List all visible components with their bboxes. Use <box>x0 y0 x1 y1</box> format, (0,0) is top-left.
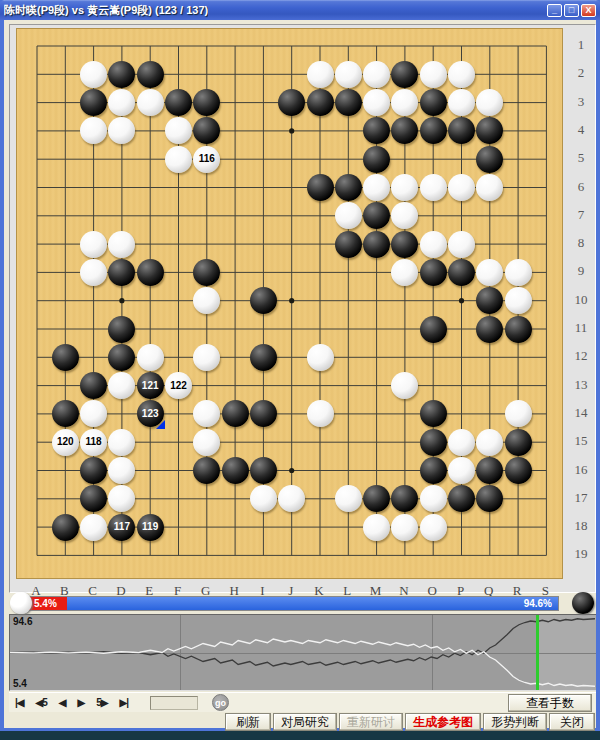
go-button[interactable]: go <box>212 694 229 711</box>
move-number-input[interactable] <box>150 696 198 710</box>
black-winrate-label: 94.6% <box>524 598 552 609</box>
action-button-2[interactable]: 对局研究 <box>273 713 337 731</box>
stone-black-O3 <box>420 89 447 116</box>
window-title: 陈时暎(P9段) vs 黄云嵩(P9段) (123 / 137) <box>4 3 208 18</box>
row-label-16: 16 <box>568 462 594 478</box>
white-stone-icon <box>10 592 32 614</box>
row-label-14: 14 <box>568 405 594 421</box>
graph-bottom-label: 5.4 <box>13 678 27 689</box>
stone-white-L17 <box>335 485 362 512</box>
minimize-button[interactable]: _ <box>547 4 562 17</box>
stone-white-N18 <box>391 514 418 541</box>
stone-black-F3 <box>165 89 192 116</box>
action-button-5[interactable]: 形势判断 <box>483 713 547 731</box>
action-button-3: 重新研讨 <box>339 713 403 731</box>
move-number: 119 <box>142 522 158 532</box>
row-label-17: 17 <box>568 490 594 506</box>
stone-white-C18 <box>80 514 107 541</box>
row-label-4: 4 <box>568 122 594 138</box>
maximize-button[interactable]: □ <box>564 4 579 17</box>
nav-buttons: |◀◀5◀▶5▶▶| <box>9 697 134 708</box>
stone-black-O11 <box>420 316 447 343</box>
stone-white-O18 <box>420 514 447 541</box>
stone-black-G9 <box>193 259 220 286</box>
stone-black-B18 <box>52 514 79 541</box>
move-number: 121 <box>142 381 159 391</box>
stone-black-H14 <box>222 400 249 427</box>
stone-black-D11 <box>108 316 135 343</box>
stone-black-E13: 121 <box>137 372 164 399</box>
stone-white-P6 <box>448 174 475 201</box>
taskbar-strip <box>0 731 600 740</box>
stone-white-P16 <box>448 457 475 484</box>
stone-black-O15 <box>420 429 447 456</box>
go-board[interactable]: 116121122123120118117119 <box>16 28 563 579</box>
nav-first-button[interactable]: |◀ <box>9 697 30 708</box>
winrate-bar: 5.4% 94.6% <box>9 593 596 613</box>
navigation-bar: |◀◀5◀▶5▶▶| go 查看手数 <box>9 692 596 712</box>
action-button-1[interactable]: 刷新 <box>225 713 271 731</box>
stone-black-B12 <box>52 344 79 371</box>
stone-black-Q5 <box>476 146 503 173</box>
stone-black-N8 <box>391 231 418 258</box>
stone-white-L2 <box>335 61 362 88</box>
row-label-15: 15 <box>568 433 594 449</box>
nav-back5-button[interactable]: ◀5 <box>30 697 53 708</box>
graph-top-label: 94.6 <box>13 616 32 627</box>
row-label-7: 7 <box>568 207 594 223</box>
stone-white-I17 <box>250 485 277 512</box>
move-number: 122 <box>170 381 187 391</box>
move-number: 120 <box>57 437 74 447</box>
title-bar: 陈时暎(P9段) vs 黄云嵩(P9段) (123 / 137) _ □ X <box>0 0 600 20</box>
stone-black-D12 <box>108 344 135 371</box>
stone-black-I12 <box>250 344 277 371</box>
stone-white-F5 <box>165 146 192 173</box>
stone-white-L7 <box>335 202 362 229</box>
stone-black-H16 <box>222 457 249 484</box>
black-stone-icon <box>572 592 594 614</box>
row-label-19: 19 <box>568 546 594 562</box>
stone-white-M2 <box>363 61 390 88</box>
stone-black-B14 <box>52 400 79 427</box>
stone-black-P9 <box>448 259 475 286</box>
stone-black-Q11 <box>476 316 503 343</box>
row-label-2: 2 <box>568 65 594 81</box>
stone-white-P2 <box>448 61 475 88</box>
stone-black-R11 <box>505 316 532 343</box>
row-label-9: 9 <box>568 263 594 279</box>
graph-curves <box>10 615 595 690</box>
winrate-track: 5.4% 94.6% <box>23 596 559 611</box>
stone-white-K2 <box>307 61 334 88</box>
stone-black-O4 <box>420 117 447 144</box>
move-number: 116 <box>199 154 215 164</box>
move-number: 118 <box>86 437 102 447</box>
stone-white-C2 <box>80 61 107 88</box>
stone-white-P8 <box>448 231 475 258</box>
window-controls: _ □ X <box>547 4 596 17</box>
row-label-5: 5 <box>568 150 594 166</box>
move-number: 117 <box>114 522 130 532</box>
stone-white-K12 <box>307 344 334 371</box>
row-label-8: 8 <box>568 235 594 251</box>
move-number: 123 <box>142 409 159 419</box>
stone-white-C9 <box>80 259 107 286</box>
stone-black-O14 <box>420 400 447 427</box>
stone-white-M18 <box>363 514 390 541</box>
stone-white-C15: 118 <box>80 429 107 456</box>
row-label-12: 12 <box>568 348 594 364</box>
stone-white-G12 <box>193 344 220 371</box>
stone-white-P3 <box>448 89 475 116</box>
stone-black-C16 <box>80 457 107 484</box>
stone-black-O16 <box>420 457 447 484</box>
row-label-6: 6 <box>568 179 594 195</box>
stone-white-Q15 <box>476 429 503 456</box>
stone-white-D8 <box>108 231 135 258</box>
row-label-18: 18 <box>568 518 594 534</box>
row-label-10: 10 <box>568 292 594 308</box>
action-button-row: 刷新对局研究重新研讨生成参考图形势判断关闭 <box>9 713 596 731</box>
stone-black-I10 <box>250 287 277 314</box>
close-button[interactable]: X <box>581 4 596 17</box>
stone-white-R9 <box>505 259 532 286</box>
row-label-13: 13 <box>568 377 594 393</box>
row-label-11: 11 <box>568 320 594 336</box>
stone-white-O8 <box>420 231 447 258</box>
stone-black-L6 <box>335 174 362 201</box>
row-label-1: 1 <box>568 37 594 53</box>
stone-white-B15: 120 <box>52 429 79 456</box>
black-winrate-segment: 94.6% <box>67 597 558 610</box>
stone-black-E2 <box>137 61 164 88</box>
stone-black-M8 <box>363 231 390 258</box>
stone-white-R10 <box>505 287 532 314</box>
row-label-3: 3 <box>568 94 594 110</box>
stone-white-O6 <box>420 174 447 201</box>
stone-white-D15 <box>108 429 135 456</box>
nav-fwd1-button[interactable]: ▶ <box>71 697 90 708</box>
stone-white-E3 <box>137 89 164 116</box>
graph-current-move-line <box>536 615 539 690</box>
app-window: 陈时暎(P9段) vs 黄云嵩(P9段) (123 / 137) _ □ X 1… <box>0 0 600 731</box>
stone-white-G15 <box>193 429 220 456</box>
nav-last-button[interactable]: ▶| <box>113 697 134 708</box>
last-move-marker <box>156 420 165 429</box>
stone-white-G5: 116 <box>193 146 220 173</box>
stone-white-K14 <box>307 400 334 427</box>
stone-white-Q9 <box>476 259 503 286</box>
white-winrate-label: 5.4% <box>34 598 57 609</box>
stone-black-D2 <box>108 61 135 88</box>
stone-black-L3 <box>335 89 362 116</box>
nav-back1-button[interactable]: ◀ <box>53 697 72 708</box>
board-frame: 116121122123120118117119 ABCDEFGHIJKLMNO… <box>9 24 596 593</box>
stone-black-C13 <box>80 372 107 399</box>
stone-black-E18: 119 <box>137 514 164 541</box>
stone-black-K6 <box>307 174 334 201</box>
stone-black-C3 <box>80 89 107 116</box>
action-button-6[interactable]: 关闭 <box>549 713 595 731</box>
stone-white-E12 <box>137 344 164 371</box>
stone-white-M3 <box>363 89 390 116</box>
stone-black-L8 <box>335 231 362 258</box>
stone-black-I16 <box>250 457 277 484</box>
nav-fwd5-button[interactable]: 5▶ <box>90 697 113 708</box>
stone-white-O2 <box>420 61 447 88</box>
stone-black-N2 <box>391 61 418 88</box>
stone-white-O17 <box>420 485 447 512</box>
stone-white-F13: 122 <box>165 372 192 399</box>
winrate-graph[interactable]: 94.6 5.4 <box>9 614 596 691</box>
stone-black-K3 <box>307 89 334 116</box>
view-move-numbers-button[interactable]: 查看手数 <box>508 694 592 712</box>
stone-white-C8 <box>80 231 107 258</box>
stone-white-M6 <box>363 174 390 201</box>
stone-black-R15 <box>505 429 532 456</box>
stone-black-E9 <box>137 259 164 286</box>
action-button-4[interactable]: 生成参考图 <box>405 713 481 731</box>
stone-black-R16 <box>505 457 532 484</box>
stone-black-O9 <box>420 259 447 286</box>
stone-black-D18: 117 <box>108 514 135 541</box>
stone-white-P15 <box>448 429 475 456</box>
stone-white-R14 <box>505 400 532 427</box>
stone-black-M5 <box>363 146 390 173</box>
